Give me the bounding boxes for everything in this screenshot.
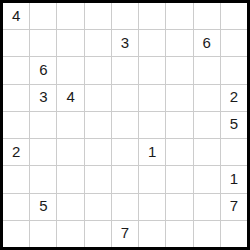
cell-r4c5[interactable]: [112, 85, 138, 111]
cell-r9c9[interactable]: [221, 221, 247, 247]
cell-r8c2[interactable]: 5: [30, 194, 56, 220]
cell-r5c6[interactable]: [139, 112, 165, 138]
cell-r7c5[interactable]: [112, 166, 138, 192]
cell-r8c7[interactable]: [166, 194, 192, 220]
cell-r1c5[interactable]: [112, 3, 138, 29]
cell-r7c7[interactable]: [166, 166, 192, 192]
cell-r7c3[interactable]: [57, 166, 83, 192]
cell-r6c7[interactable]: [166, 139, 192, 165]
cell-r5c7[interactable]: [166, 112, 192, 138]
cell-r8c9[interactable]: 7: [221, 194, 247, 220]
cell-r1c9[interactable]: [221, 3, 247, 29]
cell-r1c8[interactable]: [194, 3, 220, 29]
cell-r4c7[interactable]: [166, 85, 192, 111]
cell-r1c1[interactable]: 4: [3, 3, 29, 29]
cell-r2c7[interactable]: [166, 30, 192, 56]
cell-r7c4[interactable]: [85, 166, 111, 192]
cell-r2c3[interactable]: [57, 30, 83, 56]
cell-r1c4[interactable]: [85, 3, 111, 29]
cell-r9c7[interactable]: [166, 221, 192, 247]
cell-r2c2[interactable]: [30, 30, 56, 56]
numberlink-board: 43663425211577: [0, 0, 250, 250]
cell-r3c8[interactable]: [194, 57, 220, 83]
cell-r4c8[interactable]: [194, 85, 220, 111]
cell-r1c7[interactable]: [166, 3, 192, 29]
cell-r3c7[interactable]: [166, 57, 192, 83]
cell-r4c6[interactable]: [139, 85, 165, 111]
cell-r4c3[interactable]: 4: [57, 85, 83, 111]
cell-r9c5[interactable]: 7: [112, 221, 138, 247]
cell-r9c2[interactable]: [30, 221, 56, 247]
cell-r6c1[interactable]: 2: [3, 139, 29, 165]
cell-r3c4[interactable]: [85, 57, 111, 83]
cell-r6c2[interactable]: [30, 139, 56, 165]
cell-r6c8[interactable]: [194, 139, 220, 165]
cell-r2c1[interactable]: [3, 30, 29, 56]
cell-r4c9[interactable]: 2: [221, 85, 247, 111]
cell-r5c9[interactable]: 5: [221, 112, 247, 138]
cell-r2c6[interactable]: [139, 30, 165, 56]
cell-r4c1[interactable]: [3, 85, 29, 111]
cell-r2c5[interactable]: 3: [112, 30, 138, 56]
cell-r8c8[interactable]: [194, 194, 220, 220]
cell-r9c3[interactable]: [57, 221, 83, 247]
cell-r9c1[interactable]: [3, 221, 29, 247]
cell-r9c6[interactable]: [139, 221, 165, 247]
cell-r6c6[interactable]: 1: [139, 139, 165, 165]
cell-r8c1[interactable]: [3, 194, 29, 220]
cell-r5c1[interactable]: [3, 112, 29, 138]
cell-r5c5[interactable]: [112, 112, 138, 138]
cell-r8c3[interactable]: [57, 194, 83, 220]
cell-r7c9[interactable]: 1: [221, 166, 247, 192]
cell-r9c8[interactable]: [194, 221, 220, 247]
cell-r4c2[interactable]: 3: [30, 85, 56, 111]
cell-r2c8[interactable]: 6: [194, 30, 220, 56]
cell-r6c3[interactable]: [57, 139, 83, 165]
cell-r4c4[interactable]: [85, 85, 111, 111]
cell-r3c5[interactable]: [112, 57, 138, 83]
cell-r6c4[interactable]: [85, 139, 111, 165]
cell-r7c6[interactable]: [139, 166, 165, 192]
cell-r1c3[interactable]: [57, 3, 83, 29]
cell-r6c5[interactable]: [112, 139, 138, 165]
cell-r3c6[interactable]: [139, 57, 165, 83]
cell-r7c2[interactable]: [30, 166, 56, 192]
cell-r3c2[interactable]: 6: [30, 57, 56, 83]
cell-r1c2[interactable]: [30, 3, 56, 29]
cell-r8c6[interactable]: [139, 194, 165, 220]
cell-r1c6[interactable]: [139, 3, 165, 29]
cell-r2c9[interactable]: [221, 30, 247, 56]
cell-r5c4[interactable]: [85, 112, 111, 138]
cell-r3c1[interactable]: [3, 57, 29, 83]
cell-r3c3[interactable]: [57, 57, 83, 83]
cell-r9c4[interactable]: [85, 221, 111, 247]
cell-r5c8[interactable]: [194, 112, 220, 138]
cell-r3c9[interactable]: [221, 57, 247, 83]
cell-r8c4[interactable]: [85, 194, 111, 220]
cell-r8c5[interactable]: [112, 194, 138, 220]
cell-r7c1[interactable]: [3, 166, 29, 192]
cell-r5c2[interactable]: [30, 112, 56, 138]
cell-r6c9[interactable]: [221, 139, 247, 165]
cell-r7c8[interactable]: [194, 166, 220, 192]
cell-r5c3[interactable]: [57, 112, 83, 138]
cell-r2c4[interactable]: [85, 30, 111, 56]
